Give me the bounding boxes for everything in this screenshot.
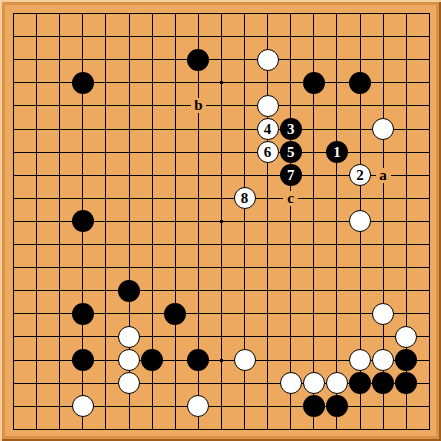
- move-number: 1: [333, 145, 341, 160]
- white-stone: [326, 372, 348, 394]
- white-stone: [349, 349, 371, 371]
- black-stone: [164, 303, 186, 325]
- white-stone: [118, 326, 140, 348]
- white-stone: [303, 372, 325, 394]
- black-stone: [72, 349, 94, 371]
- black-stone: [349, 72, 371, 94]
- move-number: 4: [264, 122, 272, 137]
- white-stone: [118, 349, 140, 371]
- black-stone: [72, 303, 94, 325]
- grid-line-h: [13, 267, 430, 268]
- star-point: [220, 359, 223, 362]
- black-stone: [349, 372, 371, 394]
- white-stone: [72, 395, 94, 417]
- white-stone: [234, 349, 256, 371]
- move-number: 2: [356, 168, 364, 183]
- black-stone: [72, 72, 94, 94]
- white-stone-move-8: 8: [234, 187, 256, 209]
- black-stone-move-1: 1: [326, 141, 348, 163]
- white-stone: [257, 49, 279, 71]
- black-stone: [118, 280, 140, 302]
- white-stone: [372, 349, 394, 371]
- black-stone-move-3: 3: [280, 118, 302, 140]
- black-stone: [303, 72, 325, 94]
- black-stone-move-7: 7: [280, 164, 302, 186]
- grid-line-h: [13, 429, 430, 430]
- star-point: [220, 81, 223, 84]
- grid-line-h: [13, 244, 430, 245]
- move-number: 5: [287, 145, 295, 160]
- point-label-a: a: [376, 168, 391, 183]
- white-stone-move-6: 6: [257, 141, 279, 163]
- white-stone: [372, 118, 394, 140]
- grid-line-v: [290, 13, 291, 430]
- white-stone: [395, 326, 417, 348]
- grid-line-v: [429, 13, 430, 430]
- grid-line-v: [336, 13, 337, 430]
- go-board: 43651728abc: [0, 0, 441, 441]
- grid-line-h: [13, 290, 430, 291]
- grid-line-v: [267, 13, 268, 430]
- point-label-c: c: [283, 191, 298, 206]
- black-stone: [326, 395, 348, 417]
- white-stone: [118, 372, 140, 394]
- star-point: [220, 220, 223, 223]
- black-stone: [303, 395, 325, 417]
- white-stone: [372, 303, 394, 325]
- black-stone: [141, 349, 163, 371]
- move-number: 7: [287, 168, 295, 183]
- move-number: 6: [264, 145, 272, 160]
- black-stone: [187, 49, 209, 71]
- white-stone: [280, 372, 302, 394]
- point-label-b: b: [191, 98, 206, 113]
- white-stone-move-4: 4: [257, 118, 279, 140]
- move-number: 3: [287, 122, 295, 137]
- grid-line-h: [13, 336, 430, 337]
- white-stone: [257, 95, 279, 117]
- black-stone-move-5: 5: [280, 141, 302, 163]
- move-number: 8: [241, 191, 249, 206]
